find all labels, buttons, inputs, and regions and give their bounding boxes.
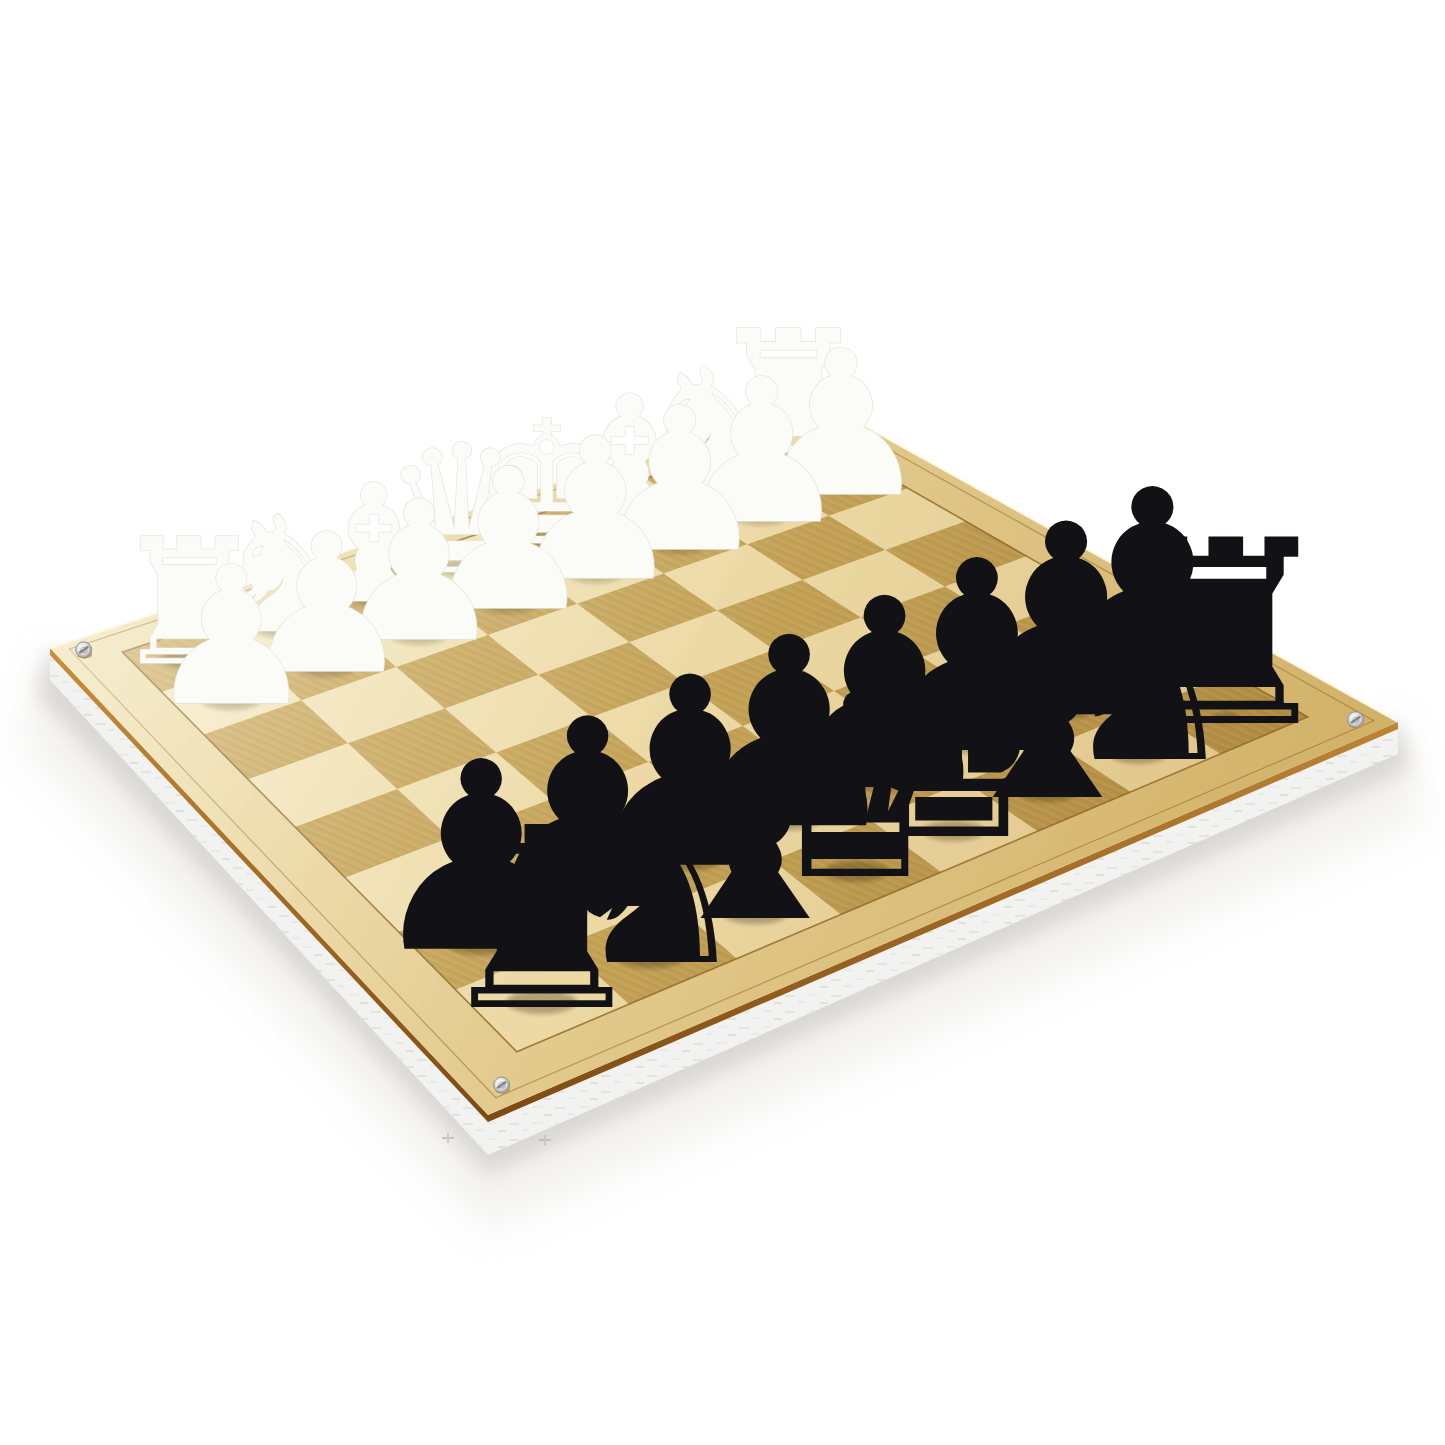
product-photo: ♜♞♟♝♟♚♟♛♟♝♟♞♟♜♟♟♟♟♜♟♞♟♝♟♚♟♛♟♝♟♞♜ ♜♞♟♝♟♚♟… [0, 0, 1445, 1445]
corner-screw-left [76, 642, 93, 659]
corner-screw-right [1348, 712, 1365, 729]
corner-screw-bottom [494, 1077, 511, 1094]
chess-board-scene: ♜♞♟♝♟♚♟♛♟♝♟♞♟♜♟♟♟♟♜♟♞♟♝♟♚♟♛♟♝♟♞♜ ♜♞♟♝♟♚♟… [0, 0, 1445, 1445]
white-pawn-a2[interactable]: ♟ [146, 526, 317, 748]
black-rook-a8[interactable]: ♜ [429, 774, 654, 1066]
